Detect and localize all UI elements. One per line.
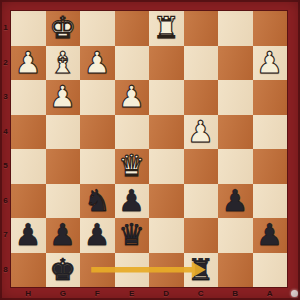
piece-white-pawn-a2[interactable]: ♟ bbox=[253, 46, 288, 81]
square-c3[interactable] bbox=[184, 80, 219, 115]
square-f7[interactable]: ♟ bbox=[80, 218, 115, 253]
square-e8[interactable] bbox=[115, 253, 150, 288]
square-a8[interactable] bbox=[253, 253, 288, 288]
square-b6[interactable]: ♟ bbox=[218, 184, 253, 219]
square-e4[interactable] bbox=[115, 115, 150, 150]
piece-black-pawn-b6[interactable]: ♟ bbox=[218, 184, 253, 219]
square-f4[interactable] bbox=[80, 115, 115, 150]
square-b3[interactable] bbox=[218, 80, 253, 115]
square-e2[interactable] bbox=[115, 46, 150, 81]
square-g8[interactable]: ♚ bbox=[46, 253, 81, 288]
square-d7[interactable] bbox=[149, 218, 184, 253]
square-f1[interactable] bbox=[80, 11, 115, 46]
square-a1[interactable] bbox=[253, 11, 288, 46]
square-f8[interactable] bbox=[80, 253, 115, 288]
piece-black-queen-e7[interactable]: ♛ bbox=[115, 218, 150, 253]
file-label-d: D bbox=[149, 287, 184, 300]
square-h7[interactable]: ♟ bbox=[11, 218, 46, 253]
file-label-a: A bbox=[253, 287, 288, 300]
rank-label-3: 3 bbox=[0, 80, 11, 115]
square-a3[interactable] bbox=[253, 80, 288, 115]
square-e1[interactable] bbox=[115, 11, 150, 46]
square-h6[interactable] bbox=[11, 184, 46, 219]
square-b4[interactable] bbox=[218, 115, 253, 150]
square-h8[interactable] bbox=[11, 253, 46, 288]
rank-label-4: 4 bbox=[0, 115, 11, 150]
square-h5[interactable] bbox=[11, 149, 46, 184]
square-a7[interactable]: ♟ bbox=[253, 218, 288, 253]
piece-white-pawn-g3[interactable]: ♟ bbox=[46, 80, 81, 115]
piece-black-rook-c8[interactable]: ♜ bbox=[184, 253, 219, 288]
piece-black-pawn-g7[interactable]: ♟ bbox=[46, 218, 81, 253]
square-f2[interactable]: ♟ bbox=[80, 46, 115, 81]
square-c2[interactable] bbox=[184, 46, 219, 81]
square-a5[interactable] bbox=[253, 149, 288, 184]
square-g4[interactable] bbox=[46, 115, 81, 150]
piece-white-pawn-c4[interactable]: ♟ bbox=[184, 115, 219, 150]
chess-board: ♚♜♟♝♟♟♟♟♟♛♞♟♟♟♟♟♛♟♚♜ bbox=[11, 11, 287, 287]
square-c5[interactable] bbox=[184, 149, 219, 184]
piece-white-rook-d1[interactable]: ♜ bbox=[149, 11, 184, 46]
square-e6[interactable]: ♟ bbox=[115, 184, 150, 219]
square-a6[interactable] bbox=[253, 184, 288, 219]
piece-white-pawn-f2[interactable]: ♟ bbox=[80, 46, 115, 81]
file-label-c: C bbox=[184, 287, 219, 300]
square-c1[interactable] bbox=[184, 11, 219, 46]
piece-white-queen-e5[interactable]: ♛ bbox=[115, 149, 150, 184]
square-a4[interactable] bbox=[253, 115, 288, 150]
square-g6[interactable] bbox=[46, 184, 81, 219]
square-e5[interactable]: ♛ bbox=[115, 149, 150, 184]
side-to-move-indicator bbox=[291, 290, 298, 297]
square-d6[interactable] bbox=[149, 184, 184, 219]
file-label-b: B bbox=[218, 287, 253, 300]
square-g2[interactable]: ♝ bbox=[46, 46, 81, 81]
piece-white-king-g1[interactable]: ♚ bbox=[46, 11, 81, 46]
file-label-e: E bbox=[115, 287, 150, 300]
square-g1[interactable]: ♚ bbox=[46, 11, 81, 46]
piece-black-pawn-h7[interactable]: ♟ bbox=[11, 218, 46, 253]
rank-label-5: 5 bbox=[0, 149, 11, 184]
square-d1[interactable]: ♜ bbox=[149, 11, 184, 46]
square-b8[interactable] bbox=[218, 253, 253, 288]
square-b5[interactable] bbox=[218, 149, 253, 184]
square-f5[interactable] bbox=[80, 149, 115, 184]
rank-label-8: 8 bbox=[0, 253, 11, 288]
square-g3[interactable]: ♟ bbox=[46, 80, 81, 115]
file-label-g: G bbox=[46, 287, 81, 300]
piece-white-pawn-e3[interactable]: ♟ bbox=[115, 80, 150, 115]
file-label-f: F bbox=[80, 287, 115, 300]
square-c4[interactable]: ♟ bbox=[184, 115, 219, 150]
square-d8[interactable] bbox=[149, 253, 184, 288]
square-b1[interactable] bbox=[218, 11, 253, 46]
file-label-h: H bbox=[11, 287, 46, 300]
piece-black-pawn-f7[interactable]: ♟ bbox=[80, 218, 115, 253]
square-a2[interactable]: ♟ bbox=[253, 46, 288, 81]
square-d3[interactable] bbox=[149, 80, 184, 115]
square-c8[interactable]: ♜ bbox=[184, 253, 219, 288]
piece-black-knight-f6[interactable]: ♞ bbox=[80, 184, 115, 219]
square-e7[interactable]: ♛ bbox=[115, 218, 150, 253]
square-c7[interactable] bbox=[184, 218, 219, 253]
square-f3[interactable] bbox=[80, 80, 115, 115]
square-c6[interactable] bbox=[184, 184, 219, 219]
chess-app-window: ♚♜♟♝♟♟♟♟♟♛♞♟♟♟♟♟♛♟♚♜ 12345678 HGFEDCBA bbox=[0, 0, 300, 300]
rank-label-7: 7 bbox=[0, 218, 11, 253]
square-b2[interactable] bbox=[218, 46, 253, 81]
square-h4[interactable] bbox=[11, 115, 46, 150]
square-g5[interactable] bbox=[46, 149, 81, 184]
piece-white-pawn-h2[interactable]: ♟ bbox=[11, 46, 46, 81]
square-g7[interactable]: ♟ bbox=[46, 218, 81, 253]
square-e3[interactable]: ♟ bbox=[115, 80, 150, 115]
rank-label-6: 6 bbox=[0, 184, 11, 219]
square-h2[interactable]: ♟ bbox=[11, 46, 46, 81]
square-h1[interactable] bbox=[11, 11, 46, 46]
square-f6[interactable]: ♞ bbox=[80, 184, 115, 219]
piece-white-bishop-g2[interactable]: ♝ bbox=[46, 46, 81, 81]
square-d2[interactable] bbox=[149, 46, 184, 81]
rank-label-1: 1 bbox=[0, 11, 11, 46]
piece-black-pawn-a7[interactable]: ♟ bbox=[253, 218, 288, 253]
square-h3[interactable] bbox=[11, 80, 46, 115]
piece-black-king-g8[interactable]: ♚ bbox=[46, 253, 81, 288]
rank-label-2: 2 bbox=[0, 46, 11, 81]
square-d4[interactable] bbox=[149, 115, 184, 150]
piece-black-pawn-e6[interactable]: ♟ bbox=[115, 184, 150, 219]
square-d5[interactable] bbox=[149, 149, 184, 184]
square-b7[interactable] bbox=[218, 218, 253, 253]
